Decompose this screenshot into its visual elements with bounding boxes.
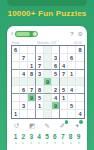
- sudoku-cell[interactable]: 6: [20, 86, 28, 94]
- sudoku-cell[interactable]: 3: [52, 54, 60, 62]
- sudoku-cell[interactable]: 6: [68, 54, 76, 62]
- sudoku-cell[interactable]: 7: [20, 54, 28, 62]
- notes-icon: ✎: [45, 122, 50, 129]
- progress-pill[interactable]: [15, 31, 37, 37]
- sudoku-cell[interactable]: 4: [68, 86, 76, 94]
- sudoku-board: 687236176448357196782549541319514: [11, 45, 85, 119]
- sudoku-cell[interactable]: 8: [76, 46, 84, 54]
- sudoku-cell[interactable]: [44, 54, 52, 62]
- sudoku-cell[interactable]: [76, 70, 84, 78]
- numpad-3[interactable]: 3: [28, 133, 35, 144]
- auto-notes-button[interactable]: ✐: [60, 121, 65, 131]
- sudoku-cell[interactable]: [20, 78, 28, 86]
- numpad-5[interactable]: 5: [44, 133, 51, 144]
- sudoku-cell[interactable]: [28, 102, 36, 110]
- sudoku-cell[interactable]: 1: [12, 110, 20, 118]
- sudoku-cell[interactable]: [76, 94, 84, 102]
- sudoku-cell[interactable]: 6: [52, 62, 60, 70]
- sudoku-cell[interactable]: 4: [76, 110, 84, 118]
- sudoku-cell[interactable]: 1: [28, 62, 36, 70]
- sudoku-cell[interactable]: [60, 102, 68, 110]
- sudoku-cell[interactable]: [28, 110, 36, 118]
- auto-notes-badge: [65, 120, 69, 124]
- navbar: ‹ ? ⚙: [11, 30, 83, 38]
- sudoku-cell[interactable]: [76, 86, 84, 94]
- numpad-9-count-dot: [78, 142, 80, 144]
- sudoku-cell[interactable]: 7: [60, 70, 68, 78]
- sudoku-cell[interactable]: 2: [36, 54, 44, 62]
- sudoku-cell[interactable]: 2: [52, 86, 60, 94]
- erase-button[interactable]: ◩: [29, 121, 35, 131]
- erase-icon: ◩: [29, 122, 35, 129]
- sudoku-cell[interactable]: 9: [28, 94, 36, 102]
- sudoku-cell[interactable]: 6: [12, 46, 20, 54]
- sudoku-cell[interactable]: [76, 102, 84, 110]
- numpad-4-count-dot: [38, 142, 40, 144]
- difficulty-label: Easy: [12, 41, 19, 45]
- settings-gear-icon[interactable]: ⚙: [78, 30, 83, 38]
- progress-fill: [16, 32, 30, 36]
- sudoku-cell[interactable]: [68, 110, 76, 118]
- sudoku-cell[interactable]: [44, 94, 52, 102]
- sudoku-cell[interactable]: [52, 46, 60, 54]
- sudoku-cell[interactable]: 9: [44, 78, 52, 86]
- sudoku-cell[interactable]: [20, 110, 28, 118]
- hint-badge: [79, 120, 83, 124]
- undo-button[interactable]: ↺: [14, 121, 19, 131]
- sudoku-cell[interactable]: 4: [20, 70, 28, 78]
- sudoku-cell[interactable]: 8: [28, 70, 36, 78]
- number-pad: 123456789: [12, 133, 82, 144]
- sudoku-cell[interactable]: 4: [52, 94, 60, 102]
- sudoku-cell[interactable]: [60, 54, 68, 62]
- sudoku-cell[interactable]: [12, 94, 20, 102]
- sudoku-cell[interactable]: [12, 62, 20, 70]
- sudoku-cell[interactable]: [44, 70, 52, 78]
- sudoku-cell[interactable]: [68, 94, 76, 102]
- sudoku-cell[interactable]: [36, 110, 44, 118]
- numpad-7-count-dot: [62, 142, 64, 144]
- sudoku-cell[interactable]: 7: [28, 86, 36, 94]
- numpad-1-count-dot: [15, 142, 17, 144]
- numpad-7[interactable]: 7: [59, 133, 66, 144]
- sudoku-cell[interactable]: [12, 86, 20, 94]
- sudoku-cell[interactable]: [44, 102, 52, 110]
- sudoku-cell[interactable]: [28, 46, 36, 54]
- sudoku-cell[interactable]: [76, 54, 84, 62]
- numpad-8[interactable]: 8: [67, 133, 74, 144]
- timer-label: 00:00: [74, 41, 82, 45]
- sudoku-cell[interactable]: [36, 78, 44, 86]
- sudoku-cell[interactable]: 1: [60, 94, 68, 102]
- hint-button[interactable]: ✦: [75, 121, 80, 131]
- progress-knob-icon: [32, 31, 38, 37]
- numpad-6-count-dot: [54, 142, 56, 144]
- numpad-5-count-dot: [46, 142, 48, 144]
- sudoku-cell[interactable]: [76, 78, 84, 86]
- sudoku-cell[interactable]: [12, 54, 20, 62]
- sudoku-cell[interactable]: 5: [60, 86, 68, 94]
- sudoku-cell[interactable]: [60, 46, 68, 54]
- sudoku-cell[interactable]: [44, 62, 52, 70]
- sudoku-cell[interactable]: [68, 62, 76, 70]
- numpad-4[interactable]: 4: [36, 133, 43, 144]
- sudoku-cell[interactable]: [20, 46, 28, 54]
- banner-headline: 10000+ Fun Puzzles: [0, 9, 94, 18]
- sudoku-cell[interactable]: 5: [36, 94, 44, 102]
- sudoku-cell[interactable]: 9: [52, 102, 60, 110]
- sudoku-cell[interactable]: 3: [36, 70, 44, 78]
- sudoku-cell[interactable]: 1: [36, 102, 44, 110]
- sudoku-cell[interactable]: [12, 78, 20, 86]
- numpad-6[interactable]: 6: [51, 133, 58, 144]
- sudoku-cell[interactable]: 7: [36, 62, 44, 70]
- sudoku-cell[interactable]: [60, 78, 68, 86]
- numpad-2[interactable]: 2: [20, 133, 27, 144]
- sudoku-cell[interactable]: 4: [60, 62, 68, 70]
- sudoku-cell[interactable]: [12, 70, 20, 78]
- sudoku-cell[interactable]: [12, 102, 20, 110]
- phone-mockup: ‹ ? ⚙ Easy Mistakes: 0/3 00:00 687236176…: [7, 26, 87, 150]
- notes-button[interactable]: ✎: [45, 121, 50, 131]
- sudoku-cell[interactable]: [68, 78, 76, 86]
- sudoku-cell[interactable]: [36, 46, 44, 54]
- sudoku-cell[interactable]: [52, 78, 60, 86]
- sudoku-cell[interactable]: [44, 110, 52, 118]
- previous-card-edge: [7, 0, 87, 6]
- sudoku-cell[interactable]: [76, 62, 84, 70]
- mistakes-label: Mistakes: 0/3: [37, 41, 56, 45]
- sudoku-cell[interactable]: 8: [36, 86, 44, 94]
- toolbar: ↺◩✎✐✦: [11, 120, 83, 132]
- sudoku-cell[interactable]: [52, 110, 60, 118]
- sudoku-cell[interactable]: 5: [68, 102, 76, 110]
- sudoku-cell[interactable]: [44, 46, 52, 54]
- sudoku-cell[interactable]: 3: [20, 102, 28, 110]
- sudoku-cell[interactable]: [60, 110, 68, 118]
- help-icon[interactable]: ?: [70, 30, 73, 38]
- numpad-8-count-dot: [70, 142, 72, 144]
- sudoku-cell[interactable]: 5: [52, 70, 60, 78]
- sudoku-cell[interactable]: [28, 78, 36, 86]
- numpad-9[interactable]: 9: [75, 133, 82, 144]
- back-icon[interactable]: ‹: [11, 31, 13, 37]
- sudoku-cell[interactable]: [20, 62, 28, 70]
- undo-icon: ↺: [14, 122, 19, 129]
- sudoku-cell[interactable]: [68, 46, 76, 54]
- sudoku-cell[interactable]: [44, 86, 52, 94]
- sudoku-cell[interactable]: [28, 54, 36, 62]
- numpad-1[interactable]: 1: [12, 133, 19, 144]
- sudoku-cell[interactable]: 1: [68, 70, 76, 78]
- numpad-3-count-dot: [30, 142, 32, 144]
- sudoku-cell[interactable]: [20, 94, 28, 102]
- app-store-screenshot: 10000+ Fun Puzzles ‹ ? ⚙ Easy Mistakes: …: [0, 0, 94, 150]
- numpad-2-count-dot: [22, 142, 24, 144]
